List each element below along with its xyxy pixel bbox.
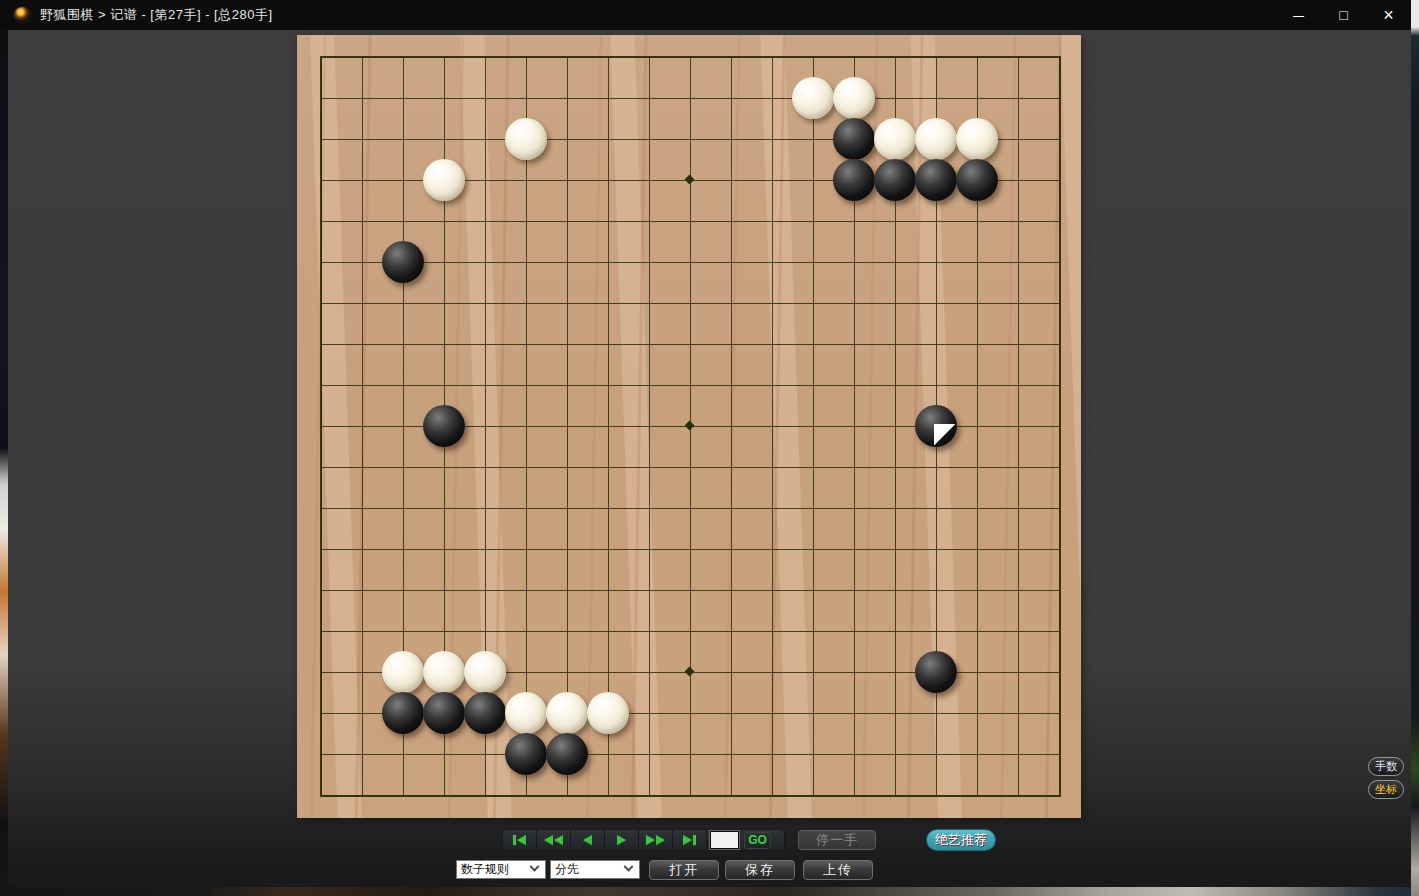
nav-skip-to-start-button[interactable] — [503, 830, 537, 850]
stone-black-R16 — [956, 159, 998, 201]
stone-black-Q10 — [915, 405, 957, 447]
handicap-select[interactable]: 分先 — [550, 860, 640, 879]
stone-white-G3 — [546, 692, 588, 734]
nav-fast-forward-button[interactable] — [639, 830, 673, 850]
stone-white-R17 — [956, 118, 998, 160]
rule-select-value: 数子规则 — [461, 861, 531, 878]
minimize-button[interactable]: ─ — [1276, 0, 1321, 30]
nav-step-forward-button[interactable] — [605, 830, 639, 850]
window-title: 野狐围棋 > 记谱 - [第27手] - [总280手] — [40, 6, 273, 24]
desktop-background-left — [0, 0, 8, 896]
desktop-background-bottom — [0, 887, 1419, 896]
step-back-icon — [583, 835, 592, 845]
maximize-button[interactable]: □ — [1321, 0, 1366, 30]
stone-white-D4 — [423, 651, 465, 693]
stone-black-G2 — [546, 733, 588, 775]
chevron-down-icon — [624, 862, 634, 872]
skip-to-start-icon — [513, 835, 516, 845]
stone-black-Q4 — [915, 651, 957, 693]
stone-white-F17 — [505, 118, 547, 160]
stone-black-P16 — [874, 159, 916, 201]
nav-step-back-button[interactable] — [571, 830, 605, 850]
open-button[interactable]: 打开 — [649, 860, 719, 880]
desktop-background-right — [1411, 0, 1419, 896]
ai-recommend-button[interactable]: 绝艺推荐 — [926, 829, 996, 851]
stone-white-C4 — [382, 651, 424, 693]
stone-black-O16 — [833, 159, 875, 201]
stone-white-E4 — [464, 651, 506, 693]
close-button[interactable]: × — [1366, 0, 1411, 30]
stone-white-N18 — [792, 77, 834, 119]
nav-skip-to-end-button[interactable] — [673, 830, 707, 850]
pass-button[interactable]: 停一手 — [798, 830, 876, 850]
stone-black-F2 — [505, 733, 547, 775]
stone-black-C3 — [382, 692, 424, 734]
stone-black-Q16 — [915, 159, 957, 201]
stone-black-E3 — [464, 692, 506, 734]
stone-black-D3 — [423, 692, 465, 734]
fast-forward-icon — [646, 835, 655, 845]
step-forward-icon — [617, 835, 626, 845]
stone-white-D16 — [423, 159, 465, 201]
save-button[interactable]: 保存 — [725, 860, 795, 880]
move-navigation-bar: GO — [502, 829, 785, 851]
upload-button[interactable]: 上传 — [803, 860, 873, 880]
chevron-down-icon — [530, 862, 540, 872]
skip-to-end-icon — [683, 835, 692, 845]
coordinates-button[interactable]: 坐标 — [1368, 780, 1404, 799]
stone-white-F3 — [505, 692, 547, 734]
fox-go-logo-icon — [14, 7, 30, 23]
go-button[interactable]: GO — [744, 832, 771, 849]
stone-black-D10 — [423, 405, 465, 447]
main-panel: 手数 坐标 GO 停一手 绝艺推荐 数子规则 分先 打开 保存 上传 — [8, 30, 1411, 887]
nav-rewind-button[interactable] — [537, 830, 571, 850]
stone-white-P17 — [874, 118, 916, 160]
move-number-input[interactable] — [710, 831, 739, 849]
move-numbers-button[interactable]: 手数 — [1368, 757, 1404, 776]
window-controls: ─ □ × — [1276, 0, 1411, 30]
go-board[interactable] — [297, 35, 1081, 818]
stone-black-C14 — [382, 241, 424, 283]
stone-white-O18 — [833, 77, 875, 119]
rewind-icon — [544, 835, 553, 845]
stone-white-Q17 — [915, 118, 957, 160]
last-move-marker — [915, 405, 957, 447]
title-bar: 野狐围棋 > 记谱 - [第27手] - [总280手] ─ □ × — [0, 0, 1411, 30]
stone-white-H3 — [587, 692, 629, 734]
stone-black-O17 — [833, 118, 875, 160]
app-window: 野狐围棋 > 记谱 - [第27手] - [总280手] ─ □ × 手数 坐标 — [0, 0, 1419, 896]
rule-select[interactable]: 数子规则 — [456, 860, 546, 879]
handicap-select-value: 分先 — [555, 861, 625, 878]
